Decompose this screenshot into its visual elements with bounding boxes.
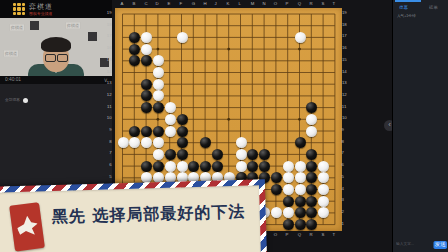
coord-number-right: 19 (342, 11, 347, 15)
send-button[interactable]: 发送 (434, 241, 448, 249)
watermark: 弈棋道 (65, 22, 80, 30)
coord-number-left: 18 (104, 23, 111, 27)
coord-letter-bottom: S (321, 233, 324, 237)
coord-number-left: 6 (104, 163, 111, 167)
coord-letter-top: G (191, 2, 194, 6)
coord-letter-top: J (215, 2, 217, 6)
coord-number-right: 7 (342, 151, 344, 155)
coord-number-right: 9 (342, 128, 344, 132)
stream-timer: 0:40:01 (5, 77, 21, 82)
coord-number-right: 17 (342, 34, 347, 38)
coord-letter-top: B (132, 2, 135, 6)
coord-number-left: 9 (104, 128, 111, 132)
coord-number-right: 6 (342, 163, 344, 167)
coord-number-right: 8 (342, 140, 344, 144)
coord-number-left: 8 (104, 140, 111, 144)
brand-logo-grid-icon (13, 3, 25, 15)
puzzle-caption: 黑先 选择局部最好的下法 (51, 202, 245, 228)
coord-letter-bottom: R (309, 233, 312, 237)
coord-number-left: 19 (104, 11, 111, 15)
coord-number-right: 14 (342, 69, 347, 73)
coord-letter-top: M (250, 2, 254, 6)
coord-number-right: 15 (342, 58, 347, 62)
envelope-face: 黑先 选择局部最好的下法 (0, 185, 261, 252)
coord-number-left: 10 (104, 116, 111, 120)
watermark-square (30, 21, 39, 30)
popularity-notice: 人气+1分钟 (397, 13, 416, 18)
coord-number-left: 11 (104, 104, 111, 108)
coord-letter-top: H (203, 2, 206, 6)
coord-number-left: 12 (104, 93, 111, 97)
coord-number-left: 7 (104, 151, 111, 155)
coord-number-right: 10 (342, 116, 347, 120)
coord-letter-top: E (168, 2, 171, 6)
watermark: 弈棋道 (3, 50, 18, 58)
coord-letter-top: N (262, 2, 265, 6)
coord-number-right: 4 (342, 186, 344, 190)
stream-app: 弈棋道 围棋专业频道 弈棋道 弈棋道 弈棋道 0:40:01 ∨ 全部弹幕 (0, 0, 448, 252)
coord-number-right: 11 (342, 104, 346, 108)
danmaku-filter-label: 全部弹幕 (5, 97, 20, 103)
coord-number-right: 18 (342, 23, 347, 27)
brand-subtitle: 围棋专业频道 (29, 11, 52, 17)
coord-letter-top: C (144, 2, 147, 6)
coord-number-left: 13 (104, 81, 111, 85)
puzzle-banner-envelope: 黑先 选择局部最好的下法 (0, 179, 267, 252)
coord-letter-top: T (333, 2, 336, 6)
brand-header: 弈棋道 围棋专业频道 (0, 0, 112, 18)
coord-number-right: 5 (342, 175, 344, 179)
coord-number-left: 5 (104, 175, 111, 179)
coord-number-left: 14 (104, 69, 111, 73)
coord-letter-bottom: P (286, 233, 289, 237)
coord-number-left: 15 (104, 58, 111, 62)
coord-letter-top: Q (298, 2, 301, 6)
coord-number-right: 2 (342, 210, 344, 214)
coord-letter-bottom: T (333, 233, 336, 237)
tab-danmaku[interactable]: 弹幕 (399, 4, 408, 11)
presenter-hair (41, 37, 71, 52)
coord-letter-top: R (309, 2, 312, 6)
dove-icon (16, 214, 39, 237)
coord-number-right: 12 (342, 93, 347, 97)
danmaku-toggle-dot[interactable] (23, 98, 28, 103)
webcam-video[interactable]: 弈棋道 弈棋道 弈棋道 (0, 18, 112, 76)
active-tab-underline (395, 0, 421, 2)
coord-number-right: 13 (342, 81, 347, 85)
coord-number-left: 16 (104, 46, 111, 50)
watermark-square (88, 32, 97, 41)
coord-letter-top: A (121, 2, 124, 6)
coord-letter-bottom: Q (298, 233, 301, 237)
coord-number-left: 17 (104, 34, 111, 38)
coord-letter-top: F (180, 2, 183, 6)
tab-ranking[interactable]: 榜单 (429, 4, 438, 11)
red-stamp (9, 202, 45, 252)
chat-panel: 全部弹幕 (0, 84, 112, 188)
coord-letter-top: K (227, 2, 230, 6)
glasses-icon (45, 54, 56, 62)
coord-letter-top: P (286, 2, 289, 6)
coord-letter-top: O (274, 2, 277, 6)
coord-letter-top: S (321, 2, 324, 6)
coord-number-right: 1 (342, 221, 344, 225)
coord-number-right: 16 (342, 46, 347, 50)
glasses-icon (57, 54, 68, 62)
coord-number-right: 3 (342, 198, 344, 202)
timer-bar: 0:40:01 ∨ (0, 76, 112, 84)
chat-input[interactable]: 输入文字... (396, 241, 418, 247)
coord-letter-bottom: O (274, 233, 277, 237)
coord-letter-top: D (156, 2, 159, 6)
coord-letter-top: L (238, 2, 240, 6)
right-sidebar: 弹幕 榜单 人气+1分钟 输入文字... 发送 (392, 0, 448, 252)
watermark: 弈棋道 (9, 24, 24, 32)
